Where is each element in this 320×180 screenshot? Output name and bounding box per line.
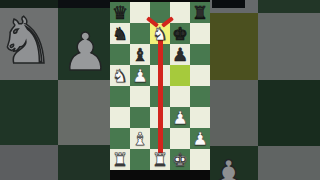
bg-square — [210, 80, 258, 146]
square-f1[interactable]: ♜ — [150, 149, 170, 170]
letterbox-bottom — [110, 170, 210, 180]
square-h3[interactable] — [190, 107, 210, 128]
piece-black-rook-h8[interactable]: ♜ — [190, 2, 210, 23]
chess-board: ♛♜♞♞♚♝♟♞♟♟♝♟♜♜♚ — [110, 2, 210, 170]
square-e2[interactable]: ♝ — [130, 128, 150, 149]
bg-letterbox-fragment — [58, 0, 110, 8]
board-strip: ♛♜♞♞♚♝♟♞♟♟♝♟♜♜♚ — [110, 0, 210, 180]
piece-black-king-g7[interactable]: ♚ — [170, 23, 190, 44]
bg-square-highlight-darkened — [210, 13, 258, 80]
square-e4[interactable] — [130, 86, 150, 107]
piece-black-knight-d7[interactable]: ♞ — [110, 23, 130, 44]
bg-square — [258, 146, 320, 180]
bg-square — [0, 8, 58, 80]
arrow-line-f1-f7 — [158, 37, 163, 153]
piece-black-bishop-e6[interactable]: ♝ — [130, 44, 150, 65]
square-g1[interactable]: ♚ — [170, 149, 190, 170]
bg-square — [58, 80, 110, 145]
square-g4[interactable] — [170, 86, 190, 107]
bg-square — [0, 80, 58, 145]
blurred-bg-left: ♞ ♟ — [0, 0, 110, 180]
square-d2[interactable] — [110, 128, 130, 149]
bg-square — [58, 8, 110, 80]
square-h4[interactable] — [190, 86, 210, 107]
piece-white-rook-d1[interactable]: ♜ — [110, 149, 130, 170]
square-g6[interactable]: ♟ — [170, 44, 190, 65]
square-h5[interactable] — [190, 65, 210, 86]
piece-white-knight-f7[interactable]: ♞ — [150, 23, 170, 44]
square-g7[interactable]: ♚ — [170, 23, 190, 44]
video-frame: ♞ ♟ ♟ ♛♜♞♞♚♝♟♞♟♟♝♟♜♜♚ — [0, 0, 320, 180]
square-h8[interactable]: ♜ — [190, 2, 210, 23]
bg-square — [58, 145, 110, 180]
piece-white-knight-d5[interactable]: ♞ — [110, 65, 130, 86]
square-d5[interactable]: ♞ — [110, 65, 130, 86]
square-e6[interactable]: ♝ — [130, 44, 150, 65]
bg-square — [258, 80, 320, 146]
square-d7[interactable]: ♞ — [110, 23, 130, 44]
bg-square — [258, 13, 320, 80]
piece-white-bishop-e2[interactable]: ♝ — [130, 128, 150, 149]
square-d6[interactable] — [110, 44, 130, 65]
square-h1[interactable] — [190, 149, 210, 170]
piece-white-king-g1[interactable]: ♚ — [170, 149, 190, 170]
square-g3[interactable]: ♟ — [170, 107, 190, 128]
square-e1[interactable] — [130, 149, 150, 170]
bg-square — [210, 146, 258, 180]
piece-black-pawn-g6[interactable]: ♟ — [170, 44, 190, 65]
piece-white-pawn-e5[interactable]: ♟ — [130, 65, 150, 86]
piece-white-pawn-h2[interactable]: ♟ — [190, 128, 210, 149]
square-e7[interactable] — [130, 23, 150, 44]
piece-white-rook-f1[interactable]: ♜ — [150, 149, 170, 170]
square-h2[interactable]: ♟ — [190, 128, 210, 149]
bg-square — [0, 145, 58, 180]
square-g2[interactable] — [170, 128, 190, 149]
square-h7[interactable] — [190, 23, 210, 44]
square-d3[interactable] — [110, 107, 130, 128]
bg-square — [258, 0, 320, 13]
square-f7[interactable]: ♞ — [150, 23, 170, 44]
square-g5[interactable] — [170, 65, 190, 86]
bg-square — [0, 0, 58, 8]
bg-letterbox-fragment — [212, 0, 245, 8]
square-d8[interactable]: ♛ — [110, 2, 130, 23]
piece-white-pawn-g3[interactable]: ♟ — [170, 107, 190, 128]
square-h6[interactable] — [190, 44, 210, 65]
square-e5[interactable]: ♟ — [130, 65, 150, 86]
piece-black-queen-d8[interactable]: ♛ — [110, 2, 130, 23]
square-e3[interactable] — [130, 107, 150, 128]
blurred-bg-right: ♟ — [210, 0, 320, 180]
square-d1[interactable]: ♜ — [110, 149, 130, 170]
square-d4[interactable] — [110, 86, 130, 107]
